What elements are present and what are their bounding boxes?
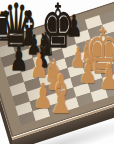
- chess-set-photo: ♜♛♝♚♟♟♞♟♟♟♞♚♟♞♟♟♟♝: [0, 0, 114, 144]
- black-pawn: ♟: [10, 42, 29, 76]
- white-bishop: ♝: [46, 69, 76, 122]
- black-pawn: ♟: [34, 44, 49, 71]
- black-pawn: ♟: [66, 11, 83, 41]
- white-pawn: ♟: [70, 44, 85, 71]
- white-king: ♚: [86, 21, 114, 83]
- white-knight: ♞: [43, 54, 67, 97]
- white-pawn: ♟: [79, 56, 97, 89]
- pieces-layer: ♜♛♝♚♟♟♞♟♟♟♞♚♟♞♟♟♟♝: [0, 0, 114, 144]
- black-pawn: ♟: [26, 31, 41, 58]
- black-bishop: ♝: [16, 4, 43, 52]
- black-knight: ♞: [37, 28, 55, 61]
- black-queen: ♛: [0, 0, 33, 56]
- black-king: ♚: [41, 0, 75, 56]
- white-knight: ♞: [79, 34, 103, 77]
- white-pawn: ♟: [30, 50, 48, 83]
- white-pawn: ♟: [99, 59, 114, 94]
- black-rook: ♜: [0, 7, 13, 46]
- white-pawn: ♟: [33, 78, 53, 113]
